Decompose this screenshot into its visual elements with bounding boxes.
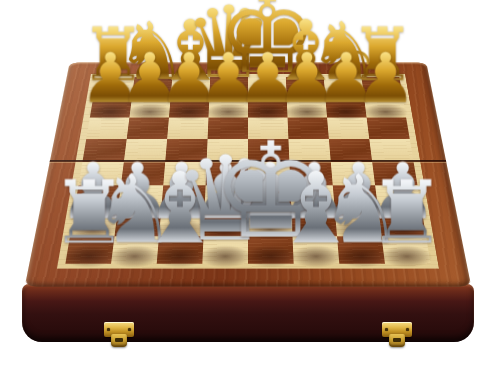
square-b6[interactable]: [127, 118, 169, 140]
square-h6[interactable]: [367, 118, 410, 140]
piece-anchor-h7: ♟: [364, 97, 406, 118]
piece-black-gold-pawn[interactable]: ♟: [355, 44, 417, 113]
square-g6[interactable]: [327, 118, 369, 140]
chess-board: ♜♞♝♛♚♝♞♜♟♟♟♟♟♟♟♟♟♟♟♟♟♟♟♟♜♞♝♛♚♝♞♜: [25, 62, 472, 287]
square-a6[interactable]: [86, 118, 129, 140]
board-scene: ♜♞♝♛♚♝♞♜♟♟♟♟♟♟♟♟♟♟♟♟♟♟♟♟♜♞♝♛♚♝♞♜: [50, 0, 447, 360]
piece-anchor-h1: ♜: [382, 237, 431, 264]
piece-white-silver-rook[interactable]: ♜: [368, 170, 446, 257]
chess-set-product-photo: ♜♞♝♛♚♝♞♜♟♟♟♟♟♟♟♟♟♟♟♟♟♟♟♟♜♞♝♛♚♝♞♜: [0, 0, 500, 366]
